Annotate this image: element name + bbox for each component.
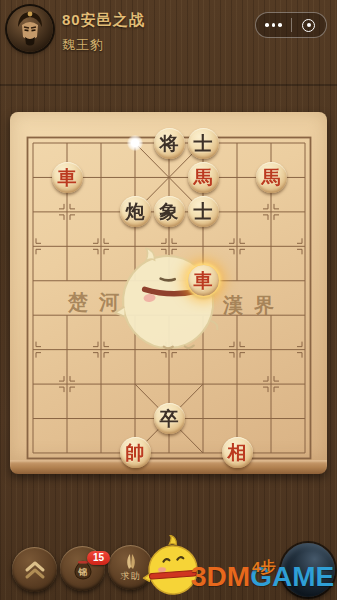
piece-馬-red[interactable]: 馬	[256, 162, 287, 193]
general-portrait-icon	[7, 6, 53, 52]
piece-炮-black[interactable]: 炮	[120, 196, 151, 227]
header: 80安邑之战 魏王豹	[0, 0, 337, 60]
ask-help-button[interactable]: 求助	[108, 545, 153, 590]
piece-士-black[interactable]: 士	[188, 196, 219, 227]
praying-hands-icon	[120, 552, 142, 572]
piece-馬-red[interactable]: 馬	[188, 162, 219, 193]
piece-相-red[interactable]: 相	[222, 437, 253, 468]
svg-text:锦: 锦	[77, 567, 87, 577]
piece-車-red[interactable]: 車	[52, 162, 83, 193]
hint-count-badge: 15	[87, 551, 110, 565]
opponent-name: 魏王豹	[62, 36, 145, 54]
more-button[interactable]	[256, 13, 291, 37]
help-label: 求助	[121, 570, 141, 583]
piece-将-black[interactable]: 将	[154, 128, 185, 159]
piece-卒-black[interactable]: 卒	[154, 403, 185, 434]
app-screen: 80安邑之战 魏王豹 楚河 漢界	[0, 0, 337, 600]
pieces-layer: 将士車馬馬炮象士車卒帥相	[10, 112, 327, 460]
xiangqi-board[interactable]: 楚河 漢界 将士車馬馬炮象士車卒帥相	[10, 112, 327, 474]
steps-remaining-label: 4步	[252, 558, 275, 577]
chevron-up-icon	[22, 558, 48, 582]
avatar[interactable]	[7, 6, 53, 52]
piece-士-black[interactable]: 士	[188, 128, 219, 159]
target-icon	[302, 19, 315, 32]
expand-menu-button[interactable]	[12, 547, 57, 592]
page-title: 80安邑之战	[62, 11, 145, 30]
miniprogram-capsule	[255, 12, 327, 38]
piece-車-red[interactable]: 車	[188, 265, 219, 296]
more-dots-icon	[265, 23, 282, 27]
close-target-button[interactable]	[292, 13, 327, 37]
piece-帥-red[interactable]: 帥	[120, 437, 151, 468]
last-move-origin-marker	[127, 135, 143, 151]
floating-orb-button[interactable]	[281, 543, 335, 597]
piece-象-black[interactable]: 象	[154, 196, 185, 227]
board-edge	[10, 460, 327, 474]
